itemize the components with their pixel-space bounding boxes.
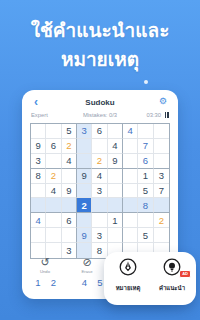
erase-icon: ⊘	[82, 256, 91, 268]
cell-r6c9[interactable]	[154, 198, 169, 213]
cell-r4c1[interactable]: 8	[31, 169, 46, 184]
cell-r7c3[interactable]: 6	[62, 213, 77, 228]
hint-ad-badge: AD	[179, 270, 191, 278]
cell-r2c6[interactable]: 4	[108, 139, 123, 154]
cell-r3c4[interactable]	[77, 154, 92, 169]
cell-r5c1[interactable]	[31, 184, 46, 199]
cell-r4c9[interactable]: 3	[154, 169, 169, 184]
erase-button[interactable]: ⊘ Erase	[74, 256, 100, 274]
cell-r6c2[interactable]	[46, 198, 61, 213]
cell-r8c5[interactable]: 3	[92, 228, 107, 243]
cell-r3c3[interactable]: 4	[62, 154, 77, 169]
cell-r1c4[interactable]: 3	[77, 124, 92, 139]
cell-r5c8[interactable]: 5	[138, 184, 153, 199]
numpad-1[interactable]: 1	[30, 277, 46, 288]
cell-r5c4[interactable]	[77, 184, 92, 199]
pause-icon[interactable]	[165, 112, 169, 118]
cell-r5c9[interactable]: 7	[154, 184, 169, 199]
numpad-4[interactable]: 4	[77, 277, 93, 288]
notes-button[interactable]: หมายเหตุ	[108, 258, 148, 293]
cell-r8c2[interactable]	[46, 228, 61, 243]
cell-r8c9[interactable]	[154, 228, 169, 243]
cell-r6c4[interactable]: 2	[77, 198, 92, 213]
cell-r7c8[interactable]	[138, 213, 153, 228]
cell-r6c6[interactable]	[108, 198, 123, 213]
hint-button[interactable]: AD คำแนะนำ	[152, 258, 192, 293]
cell-r4c5[interactable]: 4	[92, 169, 107, 184]
ad-headline-line1: ใช้คำแนะนำและ	[0, 16, 200, 45]
cell-r4c2[interactable]: 2	[46, 169, 61, 184]
cell-r7c4[interactable]	[77, 213, 92, 228]
cell-r8c1[interactable]	[31, 228, 46, 243]
cell-r7c9[interactable]: 2	[154, 213, 169, 228]
erase-label: Erase	[82, 269, 93, 274]
cell-r1c3[interactable]: 5	[62, 124, 77, 139]
decorative-dot	[144, 80, 148, 84]
cell-r5c3[interactable]: 9	[62, 184, 77, 199]
cell-r6c8[interactable]: 8	[138, 198, 153, 213]
pen-nib-icon	[119, 258, 137, 280]
cell-r3c5[interactable]: 2	[92, 154, 107, 169]
cell-r2c4[interactable]	[77, 139, 92, 154]
toolbar: ↺ Undo ⊘ Erase	[32, 256, 100, 274]
cell-r7c7[interactable]	[123, 213, 138, 228]
cell-r1c7[interactable]: 4	[123, 124, 138, 139]
app-screen: ใช้คำแนะนำและ หมายเหตุ ‹ Sudoku ⚙ Expert…	[0, 0, 200, 320]
cell-r4c6[interactable]	[108, 169, 123, 184]
cell-r1c6[interactable]	[108, 124, 123, 139]
cell-r2c2[interactable]: 6	[46, 139, 61, 154]
tutorial-pill: หมายเหตุ AD คำแนะนำ	[104, 252, 196, 305]
undo-icon: ↺	[40, 256, 49, 268]
cell-r7c1[interactable]: 4	[31, 213, 46, 228]
cell-r8c8[interactable]: 5	[138, 228, 153, 243]
cell-r3c6[interactable]: 9	[108, 154, 123, 169]
timer-value: 03:30	[146, 112, 161, 118]
cell-r4c4[interactable]: 9	[77, 169, 92, 184]
cell-r5c6[interactable]	[108, 184, 123, 199]
cell-r6c5[interactable]	[92, 198, 107, 213]
status-row: Expert Mistakes: 0/3 03:30	[31, 111, 169, 120]
cell-r2c3[interactable]: 2	[62, 139, 77, 154]
cell-r7c2[interactable]	[46, 213, 61, 228]
undo-label: Undo	[40, 269, 50, 274]
gear-icon[interactable]: ⚙	[159, 96, 167, 106]
cell-r7c5[interactable]	[92, 213, 107, 228]
cell-r5c5[interactable]: 3	[92, 184, 107, 199]
notes-label: หมายเหตุ	[116, 283, 141, 293]
cell-r8c4[interactable]: 9	[77, 228, 92, 243]
cell-r8c6[interactable]	[108, 228, 123, 243]
cell-r3c9[interactable]	[154, 154, 169, 169]
cell-r6c7[interactable]	[123, 198, 138, 213]
cell-r2c9[interactable]	[154, 139, 169, 154]
cell-r2c7[interactable]	[123, 139, 138, 154]
cell-r3c1[interactable]: 3	[31, 154, 46, 169]
cell-r4c7[interactable]	[123, 169, 138, 184]
ad-headline-line2: หมายเหตุ	[0, 45, 200, 74]
cell-r5c2[interactable]: 4	[46, 184, 61, 199]
cell-r1c5[interactable]: 6	[92, 124, 107, 139]
cell-r7c6[interactable]: 1	[108, 213, 123, 228]
cell-r6c3[interactable]	[62, 198, 77, 213]
cell-r2c8[interactable]: 7	[138, 139, 153, 154]
cell-r1c2[interactable]	[46, 124, 61, 139]
cell-r8c3[interactable]	[62, 228, 77, 243]
page-title: Sudoku	[22, 98, 178, 107]
cell-r4c3[interactable]	[62, 169, 77, 184]
cell-r2c5[interactable]	[92, 139, 107, 154]
cell-r5c7[interactable]	[123, 184, 138, 199]
hint-label: คำแนะนำ	[159, 283, 185, 293]
cell-r3c7[interactable]	[123, 154, 138, 169]
sudoku-board: 536496247342968294134935728461293538	[30, 123, 170, 259]
cell-r1c8[interactable]	[138, 124, 153, 139]
numpad-3[interactable]	[61, 277, 77, 288]
cell-r2c1[interactable]: 9	[31, 139, 46, 154]
cell-r8c7[interactable]	[123, 228, 138, 243]
cell-r3c2[interactable]	[46, 154, 61, 169]
cell-r1c1[interactable]	[31, 124, 46, 139]
ad-headline: ใช้คำแนะนำและ หมายเหตุ	[0, 16, 200, 74]
undo-button[interactable]: ↺ Undo	[32, 256, 58, 274]
cell-r1c9[interactable]	[154, 124, 169, 139]
cell-r4c8[interactable]: 1	[138, 169, 153, 184]
cell-r6c1[interactable]	[31, 198, 46, 213]
cell-r3c8[interactable]: 6	[138, 154, 153, 169]
numpad-2[interactable]: 2	[46, 277, 62, 288]
